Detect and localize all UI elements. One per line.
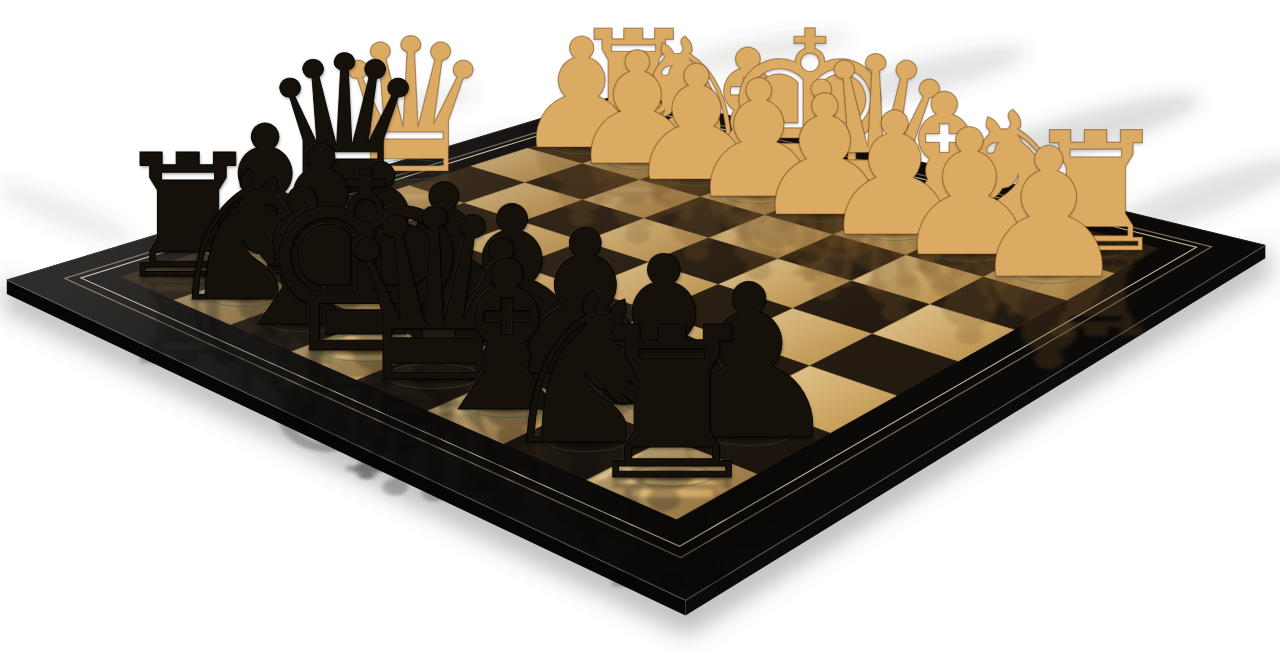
product-photo-scene: ♜♜♞♞♟♟♝♝♟♟♛♛♚♚♟♟♛♛♛♛♟♟♝♝♟♟♞♞♟♟♟♟♜♜♟♟♟♟♜♜… — [0, 0, 1280, 658]
piece-black-r-a8[interactable]: ♜ — [567, 300, 777, 510]
piece-white-p-a2[interactable]: ♟ — [959, 125, 1138, 304]
